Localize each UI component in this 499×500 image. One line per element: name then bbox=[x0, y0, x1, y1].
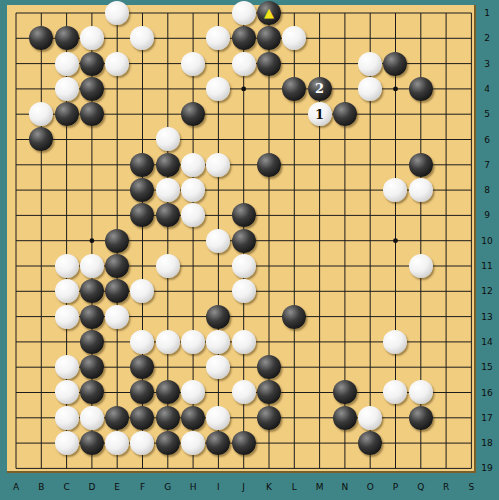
board-point-M19[interactable] bbox=[307, 456, 332, 481]
board-point-P7[interactable] bbox=[383, 152, 408, 177]
board-point-G10[interactable] bbox=[155, 228, 180, 253]
black-stone-K17[interactable] bbox=[257, 406, 281, 430]
board-point-K3[interactable] bbox=[256, 51, 281, 76]
board-point-L11[interactable] bbox=[282, 253, 307, 278]
board-point-I7[interactable] bbox=[206, 152, 231, 177]
board-point-Q16[interactable] bbox=[408, 380, 433, 405]
board-point-F17[interactable] bbox=[130, 405, 155, 430]
board-point-G11[interactable] bbox=[155, 253, 180, 278]
board-point-A9[interactable] bbox=[3, 203, 28, 228]
white-stone-C18[interactable] bbox=[55, 431, 79, 455]
board-point-K13[interactable] bbox=[256, 304, 281, 329]
black-stone-M4[interactable]: 2 bbox=[308, 77, 332, 101]
board-point-I4[interactable] bbox=[206, 76, 231, 101]
board-point-N14[interactable] bbox=[332, 329, 357, 354]
board-point-F10[interactable] bbox=[130, 228, 155, 253]
black-stone-Q7[interactable] bbox=[409, 153, 433, 177]
black-stone-E10[interactable] bbox=[105, 229, 129, 253]
board-point-D4[interactable] bbox=[79, 76, 104, 101]
board-point-C3[interactable] bbox=[54, 51, 79, 76]
board-point-S15[interactable] bbox=[459, 355, 484, 380]
board-point-Q14[interactable] bbox=[408, 329, 433, 354]
board-point-R9[interactable] bbox=[433, 203, 458, 228]
board-point-A4[interactable] bbox=[3, 76, 28, 101]
board-point-O19[interactable] bbox=[358, 456, 383, 481]
board-point-S9[interactable] bbox=[459, 203, 484, 228]
black-stone-L4[interactable] bbox=[282, 77, 306, 101]
board-point-E5[interactable] bbox=[105, 102, 130, 127]
board-point-L10[interactable] bbox=[282, 228, 307, 253]
board-point-P9[interactable] bbox=[383, 203, 408, 228]
board-point-E1[interactable] bbox=[105, 0, 130, 25]
board-point-L9[interactable] bbox=[282, 203, 307, 228]
black-stone-E11[interactable] bbox=[105, 254, 129, 278]
white-stone-J12[interactable] bbox=[232, 279, 256, 303]
black-stone-I13[interactable] bbox=[206, 305, 230, 329]
board-point-I18[interactable] bbox=[206, 430, 231, 455]
board-point-I1[interactable] bbox=[206, 0, 231, 25]
white-stone-J16[interactable] bbox=[232, 380, 256, 404]
black-stone-K16[interactable] bbox=[257, 380, 281, 404]
board-point-M11[interactable] bbox=[307, 253, 332, 278]
board-point-D3[interactable] bbox=[79, 51, 104, 76]
white-stone-P16[interactable] bbox=[383, 380, 407, 404]
board-point-H6[interactable] bbox=[180, 127, 205, 152]
board-point-N7[interactable] bbox=[332, 152, 357, 177]
board-point-J6[interactable] bbox=[231, 127, 256, 152]
white-stone-H18[interactable] bbox=[181, 431, 205, 455]
board-point-H2[interactable] bbox=[180, 26, 205, 51]
black-stone-J18[interactable] bbox=[232, 431, 256, 455]
board-point-J7[interactable] bbox=[231, 152, 256, 177]
black-stone-P3[interactable] bbox=[383, 52, 407, 76]
board-point-M6[interactable] bbox=[307, 127, 332, 152]
board-point-N11[interactable] bbox=[332, 253, 357, 278]
board-point-S19[interactable] bbox=[459, 456, 484, 481]
white-stone-O3[interactable] bbox=[358, 52, 382, 76]
board-point-K8[interactable] bbox=[256, 177, 281, 202]
board-point-B6[interactable] bbox=[29, 127, 54, 152]
board-point-Q7[interactable] bbox=[408, 152, 433, 177]
board-point-Q17[interactable] bbox=[408, 405, 433, 430]
board-point-B4[interactable] bbox=[29, 76, 54, 101]
white-stone-F12[interactable] bbox=[130, 279, 154, 303]
board-point-O18[interactable] bbox=[358, 430, 383, 455]
white-stone-H14[interactable] bbox=[181, 330, 205, 354]
white-stone-H8[interactable] bbox=[181, 178, 205, 202]
black-stone-B2[interactable] bbox=[29, 26, 53, 50]
board-point-G2[interactable] bbox=[155, 26, 180, 51]
board-point-H19[interactable] bbox=[180, 456, 205, 481]
board-point-P11[interactable] bbox=[383, 253, 408, 278]
white-stone-H3[interactable] bbox=[181, 52, 205, 76]
board-point-M7[interactable] bbox=[307, 152, 332, 177]
white-stone-H7[interactable] bbox=[181, 153, 205, 177]
board-point-N4[interactable] bbox=[332, 76, 357, 101]
board-point-F18[interactable] bbox=[130, 430, 155, 455]
board-point-Q2[interactable] bbox=[408, 26, 433, 51]
board-point-I17[interactable] bbox=[206, 405, 231, 430]
board-point-O5[interactable] bbox=[358, 102, 383, 127]
board-point-P4[interactable] bbox=[383, 76, 408, 101]
board-point-J3[interactable] bbox=[231, 51, 256, 76]
board-point-R14[interactable] bbox=[433, 329, 458, 354]
board-point-O15[interactable] bbox=[358, 355, 383, 380]
board-point-G12[interactable] bbox=[155, 279, 180, 304]
board-point-E14[interactable] bbox=[105, 329, 130, 354]
board-point-J10[interactable] bbox=[231, 228, 256, 253]
board-point-O16[interactable] bbox=[358, 380, 383, 405]
board-point-M15[interactable] bbox=[307, 355, 332, 380]
board-point-L18[interactable] bbox=[282, 430, 307, 455]
white-stone-F2[interactable] bbox=[130, 26, 154, 50]
board-point-K16[interactable] bbox=[256, 380, 281, 405]
board-point-C9[interactable] bbox=[54, 203, 79, 228]
board-point-I13[interactable] bbox=[206, 304, 231, 329]
black-stone-D4[interactable] bbox=[80, 77, 104, 101]
board-point-O8[interactable] bbox=[358, 177, 383, 202]
board-point-N8[interactable] bbox=[332, 177, 357, 202]
board-point-L14[interactable] bbox=[282, 329, 307, 354]
board-point-P1[interactable] bbox=[383, 0, 408, 25]
board-point-Q1[interactable] bbox=[408, 0, 433, 25]
white-stone-Q16[interactable] bbox=[409, 380, 433, 404]
black-stone-G17[interactable] bbox=[156, 406, 180, 430]
board-point-N17[interactable] bbox=[332, 405, 357, 430]
board-point-A16[interactable] bbox=[3, 380, 28, 405]
board-point-C14[interactable] bbox=[54, 329, 79, 354]
board-point-R6[interactable] bbox=[433, 127, 458, 152]
board-point-N18[interactable] bbox=[332, 430, 357, 455]
white-stone-P8[interactable] bbox=[383, 178, 407, 202]
board-point-C11[interactable] bbox=[54, 253, 79, 278]
board-point-C7[interactable] bbox=[54, 152, 79, 177]
black-stone-G16[interactable] bbox=[156, 380, 180, 404]
board-point-C6[interactable] bbox=[54, 127, 79, 152]
board-point-J19[interactable] bbox=[231, 456, 256, 481]
white-stone-E1[interactable] bbox=[105, 1, 129, 25]
white-stone-I10[interactable] bbox=[206, 229, 230, 253]
board-point-O13[interactable] bbox=[358, 304, 383, 329]
board-point-L2[interactable] bbox=[282, 26, 307, 51]
board-point-S18[interactable] bbox=[459, 430, 484, 455]
black-stone-E17[interactable] bbox=[105, 406, 129, 430]
black-stone-Q17[interactable] bbox=[409, 406, 433, 430]
board-point-P13[interactable] bbox=[383, 304, 408, 329]
board-point-K10[interactable] bbox=[256, 228, 281, 253]
board-point-K6[interactable] bbox=[256, 127, 281, 152]
board-point-B17[interactable] bbox=[29, 405, 54, 430]
board-point-B5[interactable] bbox=[29, 102, 54, 127]
board-point-C16[interactable] bbox=[54, 380, 79, 405]
board-point-P16[interactable] bbox=[383, 380, 408, 405]
board-point-M2[interactable] bbox=[307, 26, 332, 51]
black-stone-D16[interactable] bbox=[80, 380, 104, 404]
board-point-E7[interactable] bbox=[105, 152, 130, 177]
board-point-C19[interactable] bbox=[54, 456, 79, 481]
board-point-N6[interactable] bbox=[332, 127, 357, 152]
board-point-F15[interactable] bbox=[130, 355, 155, 380]
board-point-D11[interactable] bbox=[79, 253, 104, 278]
board-point-I12[interactable] bbox=[206, 279, 231, 304]
white-stone-C12[interactable] bbox=[55, 279, 79, 303]
board-point-E10[interactable] bbox=[105, 228, 130, 253]
black-stone-E12[interactable] bbox=[105, 279, 129, 303]
white-stone-O17[interactable] bbox=[358, 406, 382, 430]
board-point-H1[interactable] bbox=[180, 0, 205, 25]
board-point-H7[interactable] bbox=[180, 152, 205, 177]
board-point-R17[interactable] bbox=[433, 405, 458, 430]
board-point-N9[interactable] bbox=[332, 203, 357, 228]
white-stone-M5[interactable]: 1 bbox=[308, 102, 332, 126]
board-point-S17[interactable] bbox=[459, 405, 484, 430]
black-stone-D18[interactable] bbox=[80, 431, 104, 455]
board-point-M14[interactable] bbox=[307, 329, 332, 354]
board-point-B1[interactable] bbox=[29, 0, 54, 25]
board-point-P14[interactable] bbox=[383, 329, 408, 354]
board-point-R5[interactable] bbox=[433, 102, 458, 127]
board-point-J4[interactable] bbox=[231, 76, 256, 101]
white-stone-D11[interactable] bbox=[80, 254, 104, 278]
board-point-J2[interactable] bbox=[231, 26, 256, 51]
white-stone-D2[interactable] bbox=[80, 26, 104, 50]
black-stone-C2[interactable] bbox=[55, 26, 79, 50]
board-point-B10[interactable] bbox=[29, 228, 54, 253]
board-point-D5[interactable] bbox=[79, 102, 104, 127]
board-point-B12[interactable] bbox=[29, 279, 54, 304]
white-stone-I4[interactable] bbox=[206, 77, 230, 101]
board-point-K15[interactable] bbox=[256, 355, 281, 380]
board-point-R3[interactable] bbox=[433, 51, 458, 76]
board-point-P6[interactable] bbox=[383, 127, 408, 152]
white-stone-J1[interactable] bbox=[232, 1, 256, 25]
board-point-I14[interactable] bbox=[206, 329, 231, 354]
white-stone-I2[interactable] bbox=[206, 26, 230, 50]
board-point-B7[interactable] bbox=[29, 152, 54, 177]
board-point-R15[interactable] bbox=[433, 355, 458, 380]
board-point-E11[interactable] bbox=[105, 253, 130, 278]
board-point-G15[interactable] bbox=[155, 355, 180, 380]
board-point-B3[interactable] bbox=[29, 51, 54, 76]
board-point-A13[interactable] bbox=[3, 304, 28, 329]
board-point-K12[interactable] bbox=[256, 279, 281, 304]
board-point-N5[interactable] bbox=[332, 102, 357, 127]
board-point-M4[interactable]: 2 bbox=[307, 76, 332, 101]
board-point-P12[interactable] bbox=[383, 279, 408, 304]
board-point-G7[interactable] bbox=[155, 152, 180, 177]
board-point-K17[interactable] bbox=[256, 405, 281, 430]
white-stone-J14[interactable] bbox=[232, 330, 256, 354]
board-point-L16[interactable] bbox=[282, 380, 307, 405]
board-point-A18[interactable] bbox=[3, 430, 28, 455]
board-point-J1[interactable] bbox=[231, 0, 256, 25]
board-point-C2[interactable] bbox=[54, 26, 79, 51]
black-stone-C5[interactable] bbox=[55, 102, 79, 126]
board-point-A2[interactable] bbox=[3, 26, 28, 51]
board-point-S13[interactable] bbox=[459, 304, 484, 329]
board-point-L3[interactable] bbox=[282, 51, 307, 76]
board-point-E8[interactable] bbox=[105, 177, 130, 202]
board-point-L8[interactable] bbox=[282, 177, 307, 202]
board-point-H10[interactable] bbox=[180, 228, 205, 253]
board-point-N2[interactable] bbox=[332, 26, 357, 51]
board-point-C5[interactable] bbox=[54, 102, 79, 127]
board-point-F2[interactable] bbox=[130, 26, 155, 51]
board-point-R7[interactable] bbox=[433, 152, 458, 177]
board-point-J14[interactable] bbox=[231, 329, 256, 354]
board-point-F14[interactable] bbox=[130, 329, 155, 354]
board-point-A5[interactable] bbox=[3, 102, 28, 127]
board-point-F1[interactable] bbox=[130, 0, 155, 25]
white-stone-E18[interactable] bbox=[105, 431, 129, 455]
board-point-G8[interactable] bbox=[155, 177, 180, 202]
white-stone-O4[interactable] bbox=[358, 77, 382, 101]
board-point-F13[interactable] bbox=[130, 304, 155, 329]
board-point-E18[interactable] bbox=[105, 430, 130, 455]
black-stone-K15[interactable] bbox=[257, 355, 281, 379]
board-point-H9[interactable] bbox=[180, 203, 205, 228]
black-stone-H17[interactable] bbox=[181, 406, 205, 430]
board-point-G9[interactable] bbox=[155, 203, 180, 228]
board-point-D19[interactable] bbox=[79, 456, 104, 481]
board-point-O7[interactable] bbox=[358, 152, 383, 177]
board-point-D6[interactable] bbox=[79, 127, 104, 152]
white-stone-J11[interactable] bbox=[232, 254, 256, 278]
board-point-M3[interactable] bbox=[307, 51, 332, 76]
black-stone-N16[interactable] bbox=[333, 380, 357, 404]
board-point-R11[interactable] bbox=[433, 253, 458, 278]
black-stone-L13[interactable] bbox=[282, 305, 306, 329]
board-point-J9[interactable] bbox=[231, 203, 256, 228]
board-point-J15[interactable] bbox=[231, 355, 256, 380]
board-point-F11[interactable] bbox=[130, 253, 155, 278]
board-point-Q8[interactable] bbox=[408, 177, 433, 202]
board-point-O11[interactable] bbox=[358, 253, 383, 278]
board-point-F12[interactable] bbox=[130, 279, 155, 304]
board-point-H17[interactable] bbox=[180, 405, 205, 430]
board-point-H18[interactable] bbox=[180, 430, 205, 455]
board-point-I2[interactable] bbox=[206, 26, 231, 51]
board-point-J11[interactable] bbox=[231, 253, 256, 278]
black-stone-G9[interactable] bbox=[156, 203, 180, 227]
board-point-J16[interactable] bbox=[231, 380, 256, 405]
board-point-I19[interactable] bbox=[206, 456, 231, 481]
board-point-N1[interactable] bbox=[332, 0, 357, 25]
board-point-B11[interactable] bbox=[29, 253, 54, 278]
board-point-O2[interactable] bbox=[358, 26, 383, 51]
board-point-M12[interactable] bbox=[307, 279, 332, 304]
board-point-O9[interactable] bbox=[358, 203, 383, 228]
board-point-S1[interactable] bbox=[459, 0, 484, 25]
board-point-I8[interactable] bbox=[206, 177, 231, 202]
white-stone-I14[interactable] bbox=[206, 330, 230, 354]
board-point-A11[interactable] bbox=[3, 253, 28, 278]
board-point-C15[interactable] bbox=[54, 355, 79, 380]
white-stone-H16[interactable] bbox=[181, 380, 205, 404]
board-point-Q13[interactable] bbox=[408, 304, 433, 329]
board-point-N12[interactable] bbox=[332, 279, 357, 304]
board-point-D7[interactable] bbox=[79, 152, 104, 177]
board-point-D9[interactable] bbox=[79, 203, 104, 228]
black-stone-D15[interactable] bbox=[80, 355, 104, 379]
board-point-D8[interactable] bbox=[79, 177, 104, 202]
board-point-H13[interactable] bbox=[180, 304, 205, 329]
white-stone-C17[interactable] bbox=[55, 406, 79, 430]
board-point-I15[interactable] bbox=[206, 355, 231, 380]
white-stone-Q11[interactable] bbox=[409, 254, 433, 278]
board-point-M5[interactable]: 1 bbox=[307, 102, 332, 127]
board-point-K4[interactable] bbox=[256, 76, 281, 101]
board-point-Q11[interactable] bbox=[408, 253, 433, 278]
board-point-O14[interactable] bbox=[358, 329, 383, 354]
board-point-H16[interactable] bbox=[180, 380, 205, 405]
board-point-A10[interactable] bbox=[3, 228, 28, 253]
white-stone-G6[interactable] bbox=[156, 127, 180, 151]
white-stone-L2[interactable] bbox=[282, 26, 306, 50]
board-point-G16[interactable] bbox=[155, 380, 180, 405]
board-point-C4[interactable] bbox=[54, 76, 79, 101]
board-point-D16[interactable] bbox=[79, 380, 104, 405]
board-point-P5[interactable] bbox=[383, 102, 408, 127]
board-point-A8[interactable] bbox=[3, 177, 28, 202]
board-point-Q15[interactable] bbox=[408, 355, 433, 380]
board-point-D14[interactable] bbox=[79, 329, 104, 354]
board-point-K11[interactable] bbox=[256, 253, 281, 278]
board-point-B13[interactable] bbox=[29, 304, 54, 329]
board-point-J12[interactable] bbox=[231, 279, 256, 304]
board-point-G19[interactable] bbox=[155, 456, 180, 481]
board-point-A6[interactable] bbox=[3, 127, 28, 152]
board-point-G3[interactable] bbox=[155, 51, 180, 76]
white-stone-H9[interactable] bbox=[181, 203, 205, 227]
white-stone-D17[interactable] bbox=[80, 406, 104, 430]
board-point-F7[interactable] bbox=[130, 152, 155, 177]
black-stone-N5[interactable] bbox=[333, 102, 357, 126]
board-point-L4[interactable] bbox=[282, 76, 307, 101]
board-point-H5[interactable] bbox=[180, 102, 205, 127]
board-point-E2[interactable] bbox=[105, 26, 130, 51]
board-point-Q5[interactable] bbox=[408, 102, 433, 127]
board-point-F6[interactable] bbox=[130, 127, 155, 152]
board-point-S5[interactable] bbox=[459, 102, 484, 127]
board-point-R18[interactable] bbox=[433, 430, 458, 455]
board-point-Q3[interactable] bbox=[408, 51, 433, 76]
board-point-A15[interactable] bbox=[3, 355, 28, 380]
board-point-L19[interactable] bbox=[282, 456, 307, 481]
board-point-G17[interactable] bbox=[155, 405, 180, 430]
board-point-A7[interactable] bbox=[3, 152, 28, 177]
board-point-N16[interactable] bbox=[332, 380, 357, 405]
board-point-C17[interactable] bbox=[54, 405, 79, 430]
board-point-O6[interactable] bbox=[358, 127, 383, 152]
board-point-E3[interactable] bbox=[105, 51, 130, 76]
board-point-S7[interactable] bbox=[459, 152, 484, 177]
board-point-G5[interactable] bbox=[155, 102, 180, 127]
board-point-E15[interactable] bbox=[105, 355, 130, 380]
board-point-K18[interactable] bbox=[256, 430, 281, 455]
board-point-F19[interactable] bbox=[130, 456, 155, 481]
go-board[interactable]: ▲21 bbox=[7, 5, 476, 473]
board-point-E16[interactable] bbox=[105, 380, 130, 405]
white-stone-J3[interactable] bbox=[232, 52, 256, 76]
board-point-J13[interactable] bbox=[231, 304, 256, 329]
white-stone-C4[interactable] bbox=[55, 77, 79, 101]
board-point-N15[interactable] bbox=[332, 355, 357, 380]
board-point-S14[interactable] bbox=[459, 329, 484, 354]
board-point-E17[interactable] bbox=[105, 405, 130, 430]
black-stone-D12[interactable] bbox=[80, 279, 104, 303]
board-point-B18[interactable] bbox=[29, 430, 54, 455]
